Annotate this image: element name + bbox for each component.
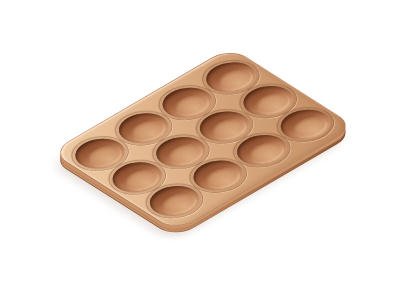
- pan-top-surface: [50, 47, 356, 232]
- cup-floor: [198, 164, 246, 193]
- cup-floor: [285, 113, 333, 142]
- product-photo-muffin-pan: [0, 0, 402, 302]
- cup-floor: [242, 139, 290, 168]
- cup-floor: [154, 189, 202, 218]
